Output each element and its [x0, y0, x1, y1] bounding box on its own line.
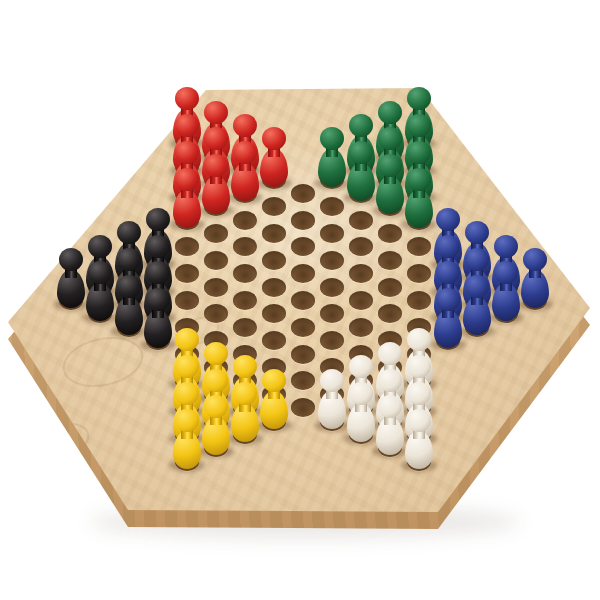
board-hole[interactable] — [349, 237, 373, 256]
board-hole[interactable] — [291, 371, 315, 390]
board-hole[interactable] — [204, 251, 228, 270]
peg-red[interactable] — [259, 127, 289, 187]
board-hole[interactable] — [291, 345, 315, 364]
board-hole[interactable] — [349, 211, 373, 230]
peg-red[interactable] — [230, 141, 260, 201]
board-hole[interactable] — [320, 224, 344, 243]
peg-head — [175, 328, 199, 351]
peg-head — [465, 221, 489, 244]
board-hole[interactable] — [320, 251, 344, 270]
peg-head — [233, 141, 257, 164]
board-hole[interactable] — [204, 278, 228, 297]
peg-head — [407, 355, 431, 378]
peg-head — [146, 288, 170, 311]
peg-head — [175, 114, 199, 137]
board-hole[interactable] — [407, 291, 431, 310]
board-hole[interactable] — [175, 237, 199, 256]
peg-head — [175, 355, 199, 378]
peg-head — [349, 355, 373, 378]
peg-head — [407, 168, 431, 191]
peg-red[interactable] — [172, 168, 202, 228]
board-hole[interactable] — [204, 224, 228, 243]
board-hole[interactable] — [262, 331, 286, 350]
peg-head — [436, 288, 460, 311]
peg-head — [88, 261, 112, 284]
peg-green[interactable] — [317, 127, 347, 187]
peg-head — [204, 369, 228, 392]
board-hole[interactable] — [349, 291, 373, 310]
board-hole[interactable] — [320, 304, 344, 323]
peg-yellow[interactable] — [230, 382, 260, 442]
peg-head — [407, 409, 431, 432]
board-hole[interactable] — [262, 251, 286, 270]
peg-head — [233, 355, 257, 378]
board-hole[interactable] — [233, 264, 257, 283]
board-hole[interactable] — [262, 278, 286, 297]
peg-head — [349, 141, 373, 164]
peg-head — [175, 87, 199, 110]
peg-blue[interactable] — [433, 288, 463, 348]
board-hole[interactable] — [233, 237, 257, 256]
holes-and-pegs-layer — [0, 0, 600, 600]
peg-head — [465, 275, 489, 298]
peg-head — [204, 101, 228, 124]
board-hole[interactable] — [407, 237, 431, 256]
peg-white[interactable] — [375, 395, 405, 455]
peg-head — [320, 127, 344, 150]
peg-black[interactable] — [56, 248, 86, 308]
board-hole[interactable] — [378, 278, 402, 297]
board-hole[interactable] — [291, 184, 315, 203]
peg-head — [146, 208, 170, 231]
peg-head — [407, 141, 431, 164]
peg-head — [59, 248, 83, 271]
peg-head — [175, 409, 199, 432]
board-hole[interactable] — [291, 211, 315, 230]
peg-head — [146, 235, 170, 258]
board-hole[interactable] — [291, 291, 315, 310]
board-hole[interactable] — [378, 224, 402, 243]
peg-head — [146, 261, 170, 284]
peg-head — [407, 382, 431, 405]
peg-head — [407, 87, 431, 110]
board-hole[interactable] — [378, 304, 402, 323]
peg-head — [407, 114, 431, 137]
peg-white[interactable] — [317, 369, 347, 429]
peg-yellow[interactable] — [172, 409, 202, 469]
peg-head — [262, 127, 286, 150]
peg-green[interactable] — [404, 168, 434, 228]
peg-head — [320, 369, 344, 392]
peg-head — [378, 395, 402, 418]
peg-head — [494, 235, 518, 258]
peg-head — [175, 168, 199, 191]
peg-head — [233, 382, 257, 405]
board-hole[interactable] — [262, 304, 286, 323]
peg-black[interactable] — [114, 275, 144, 335]
peg-green[interactable] — [346, 141, 376, 201]
peg-head — [204, 342, 228, 365]
peg-head — [349, 382, 373, 405]
peg-blue[interactable] — [462, 275, 492, 335]
peg-white[interactable] — [346, 382, 376, 442]
board-hole[interactable] — [204, 304, 228, 323]
peg-head — [436, 261, 460, 284]
peg-red[interactable] — [201, 154, 231, 214]
board-hole[interactable] — [349, 318, 373, 337]
peg-white[interactable] — [404, 409, 434, 469]
chinese-checkers-board-photo — [0, 0, 600, 600]
board-hole[interactable] — [262, 224, 286, 243]
board-hole[interactable] — [291, 318, 315, 337]
peg-black[interactable] — [85, 261, 115, 321]
peg-yellow[interactable] — [259, 369, 289, 429]
peg-black[interactable] — [143, 288, 173, 348]
peg-head — [88, 235, 112, 258]
peg-head — [523, 248, 547, 271]
board-hole[interactable] — [378, 251, 402, 270]
peg-head — [175, 382, 199, 405]
peg-head — [378, 127, 402, 150]
peg-green[interactable] — [375, 154, 405, 214]
peg-head — [378, 369, 402, 392]
peg-head — [175, 141, 199, 164]
peg-head — [262, 369, 286, 392]
peg-head — [204, 127, 228, 150]
peg-head — [407, 328, 431, 351]
board-hole[interactable] — [349, 264, 373, 283]
board-hole[interactable] — [291, 237, 315, 256]
peg-yellow[interactable] — [201, 395, 231, 455]
peg-head — [204, 395, 228, 418]
peg-head — [117, 275, 141, 298]
peg-head — [349, 114, 373, 137]
board-hole[interactable] — [233, 318, 257, 337]
peg-head — [465, 248, 489, 271]
peg-head — [117, 221, 141, 244]
board-hole[interactable] — [175, 264, 199, 283]
board-hole[interactable] — [291, 264, 315, 283]
peg-head — [436, 235, 460, 258]
peg-head — [117, 248, 141, 271]
board-hole[interactable] — [291, 398, 315, 417]
peg-head — [204, 154, 228, 177]
peg-head — [378, 342, 402, 365]
board-hole[interactable] — [407, 264, 431, 283]
board-hole[interactable] — [320, 197, 344, 216]
peg-head — [378, 154, 402, 177]
peg-head — [494, 261, 518, 284]
board-hole[interactable] — [262, 197, 286, 216]
peg-head — [233, 114, 257, 137]
board-hole[interactable] — [233, 291, 257, 310]
peg-blue[interactable] — [491, 261, 521, 321]
board-hole[interactable] — [320, 331, 344, 350]
board-hole[interactable] — [175, 291, 199, 310]
board-hole[interactable] — [233, 211, 257, 230]
peg-blue[interactable] — [520, 248, 550, 308]
board-hole[interactable] — [320, 278, 344, 297]
peg-head — [378, 101, 402, 124]
peg-head — [436, 208, 460, 231]
